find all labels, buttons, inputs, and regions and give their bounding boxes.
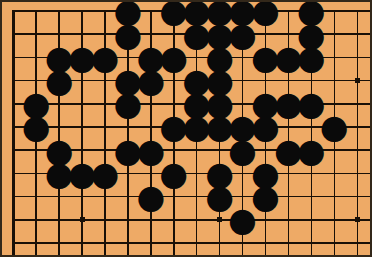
black-stone: ● bbox=[228, 23, 257, 46]
intersection-c9-r2[interactable]: ● bbox=[185, 23, 208, 46]
intersection-c4-r4[interactable] bbox=[71, 69, 94, 92]
black-stone: ● bbox=[251, 0, 280, 23]
intersection-c5-r8[interactable]: ● bbox=[94, 162, 117, 185]
intersection-c11-r7[interactable]: ● bbox=[231, 139, 254, 162]
black-stone: ● bbox=[251, 162, 280, 185]
intersection-c16-r1[interactable] bbox=[346, 0, 369, 23]
intersection-c15-r6[interactable]: ● bbox=[323, 115, 346, 138]
intersection-c10-r11[interactable] bbox=[208, 231, 231, 254]
black-stone: ● bbox=[113, 92, 142, 115]
intersection-c11-r11[interactable] bbox=[231, 231, 254, 254]
intersection-c2-r6[interactable]: ● bbox=[25, 115, 48, 138]
intersection-c13-r5[interactable]: ● bbox=[277, 92, 300, 115]
black-stone: ● bbox=[113, 139, 142, 162]
intersection-c3-r5[interactable] bbox=[48, 92, 71, 115]
intersection-c5-r10[interactable] bbox=[94, 208, 117, 231]
intersection-c13-r8[interactable] bbox=[277, 162, 300, 185]
intersection-c14-r5[interactable]: ● bbox=[300, 92, 323, 115]
intersection-c9-r5[interactable]: ● bbox=[185, 92, 208, 115]
intersection-c4-r6[interactable] bbox=[71, 115, 94, 138]
black-stone: ● bbox=[297, 92, 326, 115]
black-stone: ● bbox=[205, 69, 234, 92]
intersection-c4-r3[interactable]: ● bbox=[71, 46, 94, 69]
intersection-c2-r8[interactable] bbox=[25, 162, 48, 185]
intersection-c15-r1[interactable] bbox=[323, 0, 346, 23]
intersection-c14-r6[interactable] bbox=[300, 115, 323, 138]
intersection-c3-r2[interactable] bbox=[48, 23, 71, 46]
intersection-c5-r5[interactable] bbox=[94, 92, 117, 115]
black-stone: ● bbox=[113, 0, 142, 23]
intersection-c7-r4[interactable]: ● bbox=[139, 69, 162, 92]
intersection-c15-r8[interactable] bbox=[323, 162, 346, 185]
intersection-c14-r3[interactable]: ● bbox=[300, 46, 323, 69]
intersection-c1-r8[interactable] bbox=[2, 162, 25, 185]
intersection-c16-r11[interactable] bbox=[346, 231, 369, 254]
intersection-c14-r4[interactable] bbox=[300, 69, 323, 92]
intersection-c2-r4[interactable] bbox=[25, 69, 48, 92]
intersection-c11-r2[interactable]: ● bbox=[231, 23, 254, 46]
intersection-c16-r4[interactable] bbox=[346, 69, 369, 92]
black-stone: ● bbox=[45, 139, 74, 162]
intersection-c16-r2[interactable] bbox=[346, 23, 369, 46]
intersection-c7-r1[interactable] bbox=[139, 0, 162, 23]
black-stone: ● bbox=[159, 0, 188, 23]
intersection-c10-r5[interactable]: ● bbox=[208, 92, 231, 115]
intersection-c13-r2[interactable] bbox=[277, 23, 300, 46]
intersection-c5-r7[interactable] bbox=[94, 139, 117, 162]
black-stone: ● bbox=[228, 115, 257, 138]
intersection-c11-r9[interactable] bbox=[231, 185, 254, 208]
intersection-c4-r5[interactable] bbox=[71, 92, 94, 115]
intersection-c3-r3[interactable]: ● bbox=[48, 46, 71, 69]
intersection-c1-r6[interactable] bbox=[2, 115, 25, 138]
intersection-c16-r3[interactable] bbox=[346, 46, 369, 69]
black-stone: ● bbox=[297, 0, 326, 23]
intersection-c8-r1[interactable]: ● bbox=[162, 0, 185, 23]
intersection-c9-r3[interactable] bbox=[185, 46, 208, 69]
black-stone: ● bbox=[228, 208, 257, 231]
intersection-c6-r2[interactable]: ● bbox=[116, 23, 139, 46]
intersection-c6-r11[interactable] bbox=[116, 231, 139, 254]
intersection-c12-r7[interactable] bbox=[254, 139, 277, 162]
intersection-c15-r9[interactable] bbox=[323, 185, 346, 208]
intersection-c13-r10[interactable] bbox=[277, 208, 300, 231]
intersection-c12-r3[interactable]: ● bbox=[254, 46, 277, 69]
intersection-c8-r7[interactable] bbox=[162, 139, 185, 162]
intersection-c9-r11[interactable] bbox=[185, 231, 208, 254]
intersection-c2-r9[interactable] bbox=[25, 185, 48, 208]
intersection-c13-r3[interactable]: ● bbox=[277, 46, 300, 69]
black-stone: ● bbox=[274, 92, 303, 115]
black-stone: ● bbox=[297, 46, 326, 69]
intersection-c8-r9[interactable] bbox=[162, 185, 185, 208]
intersection-c12-r1[interactable]: ● bbox=[254, 0, 277, 23]
black-stone: ● bbox=[159, 46, 188, 69]
intersection-c5-r1[interactable] bbox=[94, 0, 117, 23]
black-stone: ● bbox=[91, 162, 120, 185]
intersection-c3-r10[interactable] bbox=[48, 208, 71, 231]
intersection-c4-r9[interactable] bbox=[71, 185, 94, 208]
intersection-c9-r9[interactable] bbox=[185, 185, 208, 208]
intersection-c13-r6[interactable] bbox=[277, 115, 300, 138]
intersection-c8-r10[interactable] bbox=[162, 208, 185, 231]
intersection-c6-r6[interactable] bbox=[116, 115, 139, 138]
intersection-c10-r9[interactable]: ● bbox=[208, 185, 231, 208]
intersection-c2-r3[interactable] bbox=[25, 46, 48, 69]
intersection-c11-r8[interactable] bbox=[231, 162, 254, 185]
black-stone: ● bbox=[45, 162, 74, 185]
intersection-c4-r8[interactable]: ● bbox=[71, 162, 94, 185]
black-stone: ● bbox=[205, 46, 234, 69]
black-stone: ● bbox=[45, 46, 74, 69]
black-stone: ● bbox=[159, 162, 188, 185]
intersection-c12-r4[interactable] bbox=[254, 69, 277, 92]
black-stone: ● bbox=[136, 185, 165, 208]
intersection-c6-r3[interactable] bbox=[116, 46, 139, 69]
intersection-c2-r2[interactable] bbox=[25, 23, 48, 46]
intersection-c8-r11[interactable] bbox=[162, 231, 185, 254]
intersection-c16-r9[interactable] bbox=[346, 185, 369, 208]
intersection-c7-r8[interactable] bbox=[139, 162, 162, 185]
intersection-c1-r2[interactable] bbox=[2, 23, 25, 46]
black-stone: ● bbox=[182, 69, 211, 92]
intersection-c9-r4[interactable]: ● bbox=[185, 69, 208, 92]
intersection-c12-r9[interactable]: ● bbox=[254, 185, 277, 208]
black-stone: ● bbox=[91, 46, 120, 69]
intersection-c6-r8[interactable] bbox=[116, 162, 139, 185]
intersection-c5-r6[interactable] bbox=[94, 115, 117, 138]
intersection-c7-r7[interactable]: ● bbox=[139, 139, 162, 162]
intersection-c1-r3[interactable] bbox=[2, 46, 25, 69]
intersection-c16-r10[interactable] bbox=[346, 208, 369, 231]
black-stone: ● bbox=[113, 69, 142, 92]
intersection-c12-r5[interactable]: ● bbox=[254, 92, 277, 115]
intersection-c12-r6[interactable]: ● bbox=[254, 115, 277, 138]
intersection-c13-r9[interactable] bbox=[277, 185, 300, 208]
intersection-c13-r1[interactable] bbox=[277, 0, 300, 23]
black-stone: ● bbox=[251, 92, 280, 115]
intersection-c3-r9[interactable] bbox=[48, 185, 71, 208]
black-stone: ● bbox=[320, 115, 349, 138]
intersection-c13-r4[interactable] bbox=[277, 69, 300, 92]
intersection-c7-r10[interactable] bbox=[139, 208, 162, 231]
intersection-c12-r8[interactable]: ● bbox=[254, 162, 277, 185]
intersection-c12-r2[interactable] bbox=[254, 23, 277, 46]
intersection-c10-r1[interactable]: ● bbox=[208, 0, 231, 23]
intersection-c3-r7[interactable]: ● bbox=[48, 139, 71, 162]
intersection-c15-r5[interactable] bbox=[323, 92, 346, 115]
intersection-c15-r11[interactable] bbox=[323, 231, 346, 254]
intersection-c10-r10[interactable] bbox=[208, 208, 231, 231]
intersection-c11-r10[interactable]: ● bbox=[231, 208, 254, 231]
intersection-c9-r8[interactable] bbox=[185, 162, 208, 185]
black-stone: ● bbox=[113, 23, 142, 46]
black-stone: ● bbox=[136, 46, 165, 69]
intersection-c5-r2[interactable] bbox=[94, 23, 117, 46]
intersection-c13-r11[interactable] bbox=[277, 231, 300, 254]
intersection-c6-r10[interactable] bbox=[116, 208, 139, 231]
intersection-c9-r10[interactable] bbox=[185, 208, 208, 231]
intersection-c1-r4[interactable] bbox=[2, 69, 25, 92]
intersection-c6-r7[interactable]: ● bbox=[116, 139, 139, 162]
go-board: ●●●●●●●●●●●●●●●●●●●●●●●●●●●●●●●●●●●●●●●●… bbox=[2, 0, 369, 254]
black-stone: ● bbox=[136, 139, 165, 162]
black-stone: ● bbox=[251, 115, 280, 138]
black-stone: ● bbox=[68, 46, 97, 69]
intersection-c2-r10[interactable] bbox=[25, 208, 48, 231]
black-stone: ● bbox=[274, 46, 303, 69]
intersection-c10-r7[interactable] bbox=[208, 139, 231, 162]
black-stone: ● bbox=[251, 185, 280, 208]
intersection-c8-r5[interactable] bbox=[162, 92, 185, 115]
black-stone: ● bbox=[228, 139, 257, 162]
black-stone: ● bbox=[45, 69, 74, 92]
black-stone: ● bbox=[22, 92, 51, 115]
intersection-c14-r1[interactable]: ● bbox=[300, 0, 323, 23]
intersection-c10-r3[interactable]: ● bbox=[208, 46, 231, 69]
intersection-c7-r5[interactable] bbox=[139, 92, 162, 115]
intersection-c4-r10[interactable] bbox=[71, 208, 94, 231]
black-stone: ● bbox=[205, 115, 234, 138]
intersection-c1-r10[interactable] bbox=[2, 208, 25, 231]
intersection-c15-r10[interactable] bbox=[323, 208, 346, 231]
intersection-c14-r8[interactable] bbox=[300, 162, 323, 185]
intersection-c5-r3[interactable]: ● bbox=[94, 46, 117, 69]
intersection-c3-r1[interactable] bbox=[48, 0, 71, 23]
black-stone: ● bbox=[68, 162, 97, 185]
intersection-c16-r8[interactable] bbox=[346, 162, 369, 185]
intersection-c5-r11[interactable] bbox=[94, 231, 117, 254]
black-stone: ● bbox=[297, 139, 326, 162]
intersection-c4-r7[interactable] bbox=[71, 139, 94, 162]
intersection-c1-r11[interactable] bbox=[2, 231, 25, 254]
intersection-c6-r5[interactable]: ● bbox=[116, 92, 139, 115]
intersection-c15-r2[interactable] bbox=[323, 23, 346, 46]
intersection-c8-r2[interactable] bbox=[162, 23, 185, 46]
intersection-c10-r6[interactable]: ● bbox=[208, 115, 231, 138]
black-stone: ● bbox=[274, 139, 303, 162]
black-stone: ● bbox=[182, 0, 211, 23]
intersection-c1-r9[interactable] bbox=[2, 185, 25, 208]
intersection-c2-r5[interactable]: ● bbox=[25, 92, 48, 115]
intersection-c15-r7[interactable] bbox=[323, 139, 346, 162]
intersection-c13-r7[interactable]: ● bbox=[277, 139, 300, 162]
intersection-c16-r5[interactable] bbox=[346, 92, 369, 115]
intersection-c1-r1[interactable] bbox=[2, 0, 25, 23]
black-stone: ● bbox=[228, 0, 257, 23]
black-stone: ● bbox=[251, 46, 280, 69]
black-stone: ● bbox=[205, 23, 234, 46]
intersection-c10-r2[interactable]: ● bbox=[208, 23, 231, 46]
black-stone: ● bbox=[297, 23, 326, 46]
intersection-c5-r9[interactable] bbox=[94, 185, 117, 208]
intersection-c11-r1[interactable]: ● bbox=[231, 0, 254, 23]
intersection-c1-r7[interactable] bbox=[2, 139, 25, 162]
intersection-c11-r3[interactable] bbox=[231, 46, 254, 69]
intersection-c3-r8[interactable]: ● bbox=[48, 162, 71, 185]
intersection-c9-r1[interactable]: ● bbox=[185, 0, 208, 23]
intersection-c14-r11[interactable] bbox=[300, 231, 323, 254]
intersection-c12-r10[interactable] bbox=[254, 208, 277, 231]
intersection-c7-r6[interactable] bbox=[139, 115, 162, 138]
intersection-c8-r6[interactable]: ● bbox=[162, 115, 185, 138]
black-stone: ● bbox=[205, 185, 234, 208]
black-stone: ● bbox=[159, 115, 188, 138]
intersection-c9-r7[interactable] bbox=[185, 139, 208, 162]
intersection-c4-r11[interactable] bbox=[71, 231, 94, 254]
intersection-c2-r1[interactable] bbox=[25, 0, 48, 23]
intersection-c15-r4[interactable] bbox=[323, 69, 346, 92]
intersection-c8-r3[interactable]: ● bbox=[162, 46, 185, 69]
intersection-c11-r5[interactable] bbox=[231, 92, 254, 115]
intersection-c14-r7[interactable]: ● bbox=[300, 139, 323, 162]
intersection-c11-r4[interactable] bbox=[231, 69, 254, 92]
black-stone: ● bbox=[182, 115, 211, 138]
black-stone: ● bbox=[205, 162, 234, 185]
intersection-c7-r9[interactable]: ● bbox=[139, 185, 162, 208]
black-stone: ● bbox=[22, 115, 51, 138]
intersection-c3-r4[interactable]: ● bbox=[48, 69, 71, 92]
intersection-c4-r2[interactable] bbox=[71, 23, 94, 46]
intersection-c7-r3[interactable]: ● bbox=[139, 46, 162, 69]
intersection-c9-r6[interactable]: ● bbox=[185, 115, 208, 138]
intersection-c1-r5[interactable] bbox=[2, 92, 25, 115]
intersection-c16-r6[interactable] bbox=[346, 115, 369, 138]
intersection-c11-r6[interactable]: ● bbox=[231, 115, 254, 138]
intersection-c3-r6[interactable] bbox=[48, 115, 71, 138]
intersection-c14-r2[interactable]: ● bbox=[300, 23, 323, 46]
intersection-c16-r7[interactable] bbox=[346, 139, 369, 162]
intersection-c8-r8[interactable]: ● bbox=[162, 162, 185, 185]
intersection-c7-r2[interactable] bbox=[139, 23, 162, 46]
black-stone: ● bbox=[205, 0, 234, 23]
intersection-c3-r11[interactable] bbox=[48, 231, 71, 254]
black-stone: ● bbox=[182, 92, 211, 115]
intersection-c5-r4[interactable] bbox=[94, 69, 117, 92]
intersection-c7-r11[interactable] bbox=[139, 231, 162, 254]
intersection-c8-r4[interactable] bbox=[162, 69, 185, 92]
intersection-c14-r10[interactable] bbox=[300, 208, 323, 231]
black-stone: ● bbox=[136, 69, 165, 92]
intersection-c14-r9[interactable] bbox=[300, 185, 323, 208]
intersection-c10-r4[interactable]: ● bbox=[208, 69, 231, 92]
intersection-c10-r8[interactable]: ● bbox=[208, 162, 231, 185]
go-board-diagram: ●●●●●●●●●●●●●●●●●●●●●●●●●●●●●●●●●●●●●●●●… bbox=[0, 0, 372, 257]
intersection-c15-r3[interactable] bbox=[323, 46, 346, 69]
intersection-c6-r9[interactable] bbox=[116, 185, 139, 208]
black-stone: ● bbox=[205, 92, 234, 115]
intersection-c12-r11[interactable] bbox=[254, 231, 277, 254]
intersection-c4-r1[interactable] bbox=[71, 0, 94, 23]
black-stone: ● bbox=[182, 23, 211, 46]
intersection-c6-r1[interactable]: ● bbox=[116, 0, 139, 23]
intersection-c6-r4[interactable]: ● bbox=[116, 69, 139, 92]
intersection-c2-r7[interactable] bbox=[25, 139, 48, 162]
intersection-c2-r11[interactable] bbox=[25, 231, 48, 254]
